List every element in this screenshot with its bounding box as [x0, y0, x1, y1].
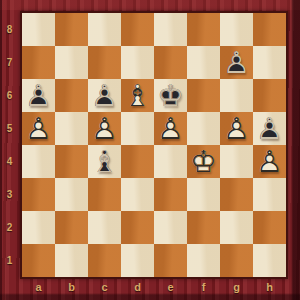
file-coordinates: a b c d e f g h [22, 277, 286, 299]
file-label: g [220, 277, 253, 299]
square-d4[interactable] [121, 145, 154, 178]
square-g4[interactable] [220, 145, 253, 178]
chess-board: ♟♙♟♙♟♙♝♗♚♔♟♙♟♙♟♙♟♙♟♙♝♗♚♔♟♙ [20, 11, 288, 279]
square-h6[interactable] [253, 79, 286, 112]
square-a7[interactable] [22, 46, 55, 79]
square-b8[interactable] [55, 13, 88, 46]
rank-label: 5 [0, 112, 19, 145]
rank-label: 7 [0, 46, 19, 79]
square-a3[interactable] [22, 178, 55, 211]
pawn-outline-glyph: ♙ [154, 112, 187, 145]
pawn-outline-glyph: ♙ [88, 112, 121, 145]
pawn-outline-glyph: ♙ [253, 112, 286, 145]
rank-label: 2 [0, 211, 19, 244]
square-b3[interactable] [55, 178, 88, 211]
square-c8[interactable] [88, 13, 121, 46]
square-b7[interactable] [55, 46, 88, 79]
pawn-outline-glyph: ♙ [220, 112, 253, 145]
square-f2[interactable] [187, 211, 220, 244]
square-d1[interactable] [121, 244, 154, 277]
square-d7[interactable] [121, 46, 154, 79]
square-d3[interactable] [121, 178, 154, 211]
square-g7[interactable]: ♟♙ [220, 46, 253, 79]
square-f4[interactable]: ♚♔ [187, 145, 220, 178]
square-f5[interactable] [187, 112, 220, 145]
square-a8[interactable] [22, 13, 55, 46]
square-a5[interactable]: ♟♙ [22, 112, 55, 145]
pawn-outline-glyph: ♙ [253, 145, 286, 178]
square-a2[interactable] [22, 211, 55, 244]
square-b2[interactable] [55, 211, 88, 244]
square-a1[interactable] [22, 244, 55, 277]
piece-white-king-f4[interactable]: ♚♔ [187, 145, 220, 178]
square-b5[interactable] [55, 112, 88, 145]
file-label: d [121, 277, 154, 299]
square-g2[interactable] [220, 211, 253, 244]
file-label: e [154, 277, 187, 299]
king-outline-glyph: ♔ [187, 145, 220, 178]
piece-black-pawn-a6[interactable]: ♟♙ [22, 79, 55, 112]
file-label: h [253, 277, 286, 299]
square-e5[interactable]: ♟♙ [154, 112, 187, 145]
piece-black-pawn-g7[interactable]: ♟♙ [220, 46, 253, 79]
square-h4[interactable]: ♟♙ [253, 145, 286, 178]
rank-label: 3 [0, 178, 19, 211]
square-h5[interactable]: ♟♙ [253, 112, 286, 145]
square-e1[interactable] [154, 244, 187, 277]
piece-black-bishop-c4[interactable]: ♝♗ [88, 145, 121, 178]
pawn-outline-glyph: ♙ [22, 79, 55, 112]
piece-white-bishop-d6[interactable]: ♝♗ [121, 79, 154, 112]
square-h7[interactable] [253, 46, 286, 79]
square-c4[interactable]: ♝♗ [88, 145, 121, 178]
file-label: a [22, 277, 55, 299]
bishop-outline-glyph: ♗ [121, 79, 154, 112]
square-d2[interactable] [121, 211, 154, 244]
square-f8[interactable] [187, 13, 220, 46]
square-g5[interactable]: ♟♙ [220, 112, 253, 145]
square-d5[interactable] [121, 112, 154, 145]
rank-label: 1 [0, 244, 19, 277]
piece-white-pawn-h4[interactable]: ♟♙ [253, 145, 286, 178]
square-g3[interactable] [220, 178, 253, 211]
square-f1[interactable] [187, 244, 220, 277]
chess-diagram: 8 7 6 5 4 3 2 1 ♟♙♟♙♟♙♝♗♚♔♟♙♟♙♟♙♟♙♟♙♝♗♚♔… [0, 0, 300, 300]
square-h2[interactable] [253, 211, 286, 244]
rank-label: 6 [0, 79, 19, 112]
piece-black-king-e6[interactable]: ♚♔ [154, 79, 187, 112]
rank-coordinates: 8 7 6 5 4 3 2 1 [0, 13, 19, 277]
piece-white-pawn-c5[interactable]: ♟♙ [88, 112, 121, 145]
king-outline-glyph: ♔ [154, 79, 187, 112]
square-a6[interactable]: ♟♙ [22, 79, 55, 112]
pawn-outline-glyph: ♙ [88, 79, 121, 112]
piece-black-pawn-c6[interactable]: ♟♙ [88, 79, 121, 112]
square-e8[interactable] [154, 13, 187, 46]
file-label: c [88, 277, 121, 299]
square-e7[interactable] [154, 46, 187, 79]
piece-white-pawn-a5[interactable]: ♟♙ [22, 112, 55, 145]
square-f3[interactable] [187, 178, 220, 211]
square-c2[interactable] [88, 211, 121, 244]
pawn-outline-glyph: ♙ [22, 112, 55, 145]
square-h1[interactable] [253, 244, 286, 277]
square-g6[interactable] [220, 79, 253, 112]
piece-white-pawn-e5[interactable]: ♟♙ [154, 112, 187, 145]
square-b6[interactable] [55, 79, 88, 112]
square-a4[interactable] [22, 145, 55, 178]
square-b4[interactable] [55, 145, 88, 178]
square-d6[interactable]: ♝♗ [121, 79, 154, 112]
square-e4[interactable] [154, 145, 187, 178]
square-h8[interactable] [253, 13, 286, 46]
pawn-outline-glyph: ♙ [220, 46, 253, 79]
rank-label: 4 [0, 145, 19, 178]
square-f7[interactable] [187, 46, 220, 79]
square-b1[interactable] [55, 244, 88, 277]
piece-black-pawn-h5[interactable]: ♟♙ [253, 112, 286, 145]
rank-label: 8 [0, 13, 19, 46]
square-c1[interactable] [88, 244, 121, 277]
square-d8[interactable] [121, 13, 154, 46]
square-e6[interactable]: ♚♔ [154, 79, 187, 112]
square-e3[interactable] [154, 178, 187, 211]
file-label: b [55, 277, 88, 299]
square-c7[interactable] [88, 46, 121, 79]
piece-white-pawn-g5[interactable]: ♟♙ [220, 112, 253, 145]
square-g1[interactable] [220, 244, 253, 277]
square-e2[interactable] [154, 211, 187, 244]
square-h3[interactable] [253, 178, 286, 211]
file-label: f [187, 277, 220, 299]
bishop-outline-glyph: ♗ [88, 145, 121, 178]
square-c6[interactable]: ♟♙ [88, 79, 121, 112]
square-c3[interactable] [88, 178, 121, 211]
square-g8[interactable] [220, 13, 253, 46]
square-c5[interactable]: ♟♙ [88, 112, 121, 145]
square-f6[interactable] [187, 79, 220, 112]
